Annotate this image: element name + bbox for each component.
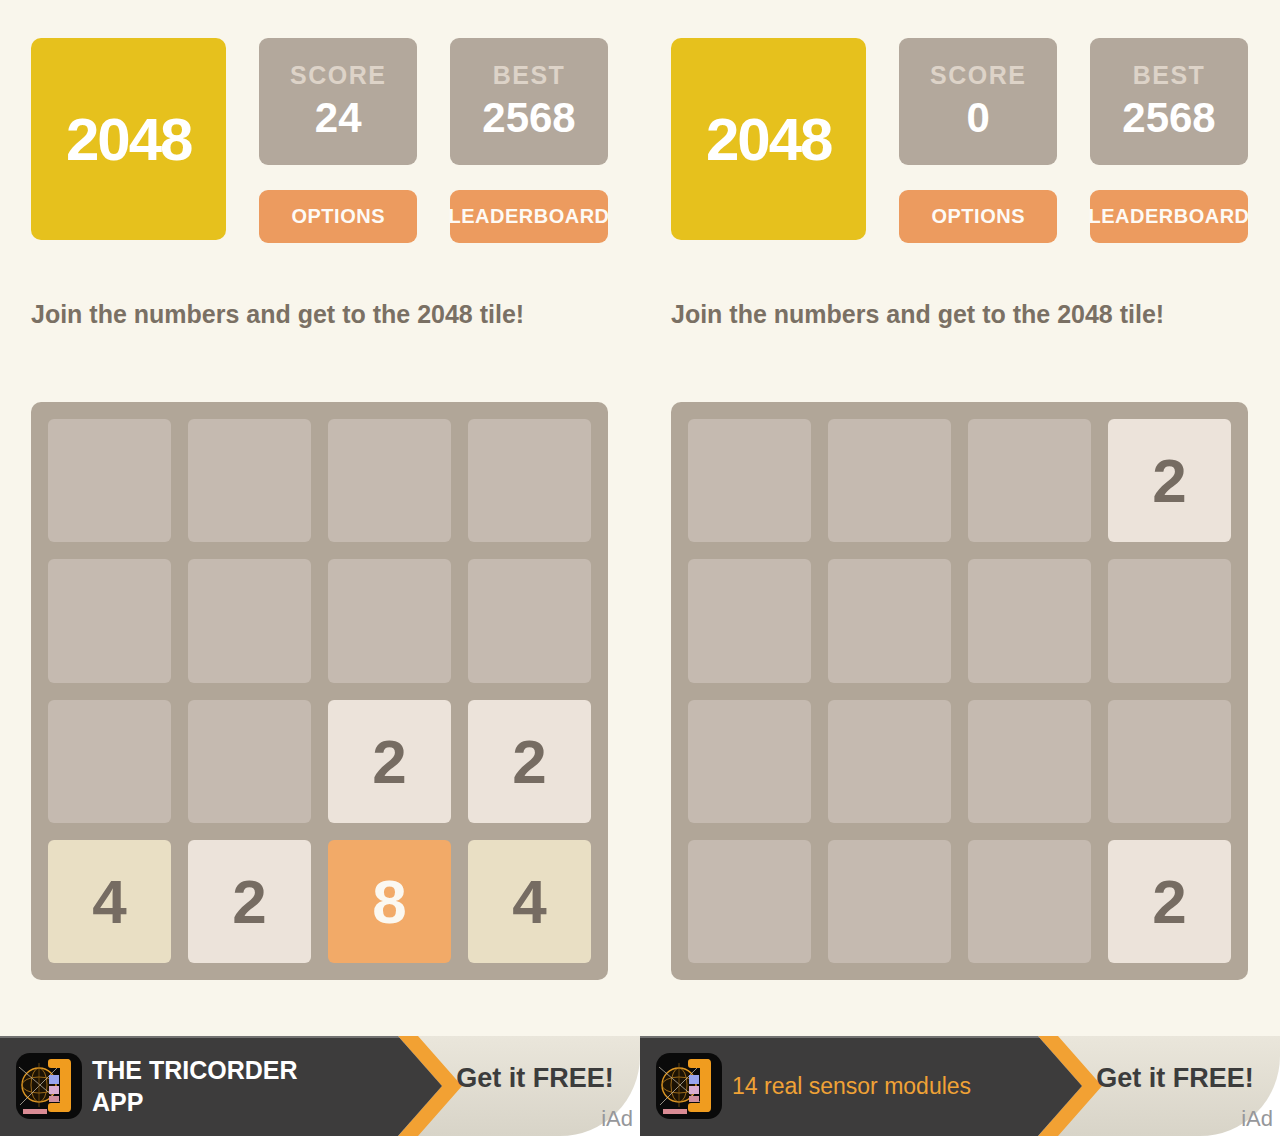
empty-cell (48, 559, 171, 682)
empty-cell (968, 559, 1091, 682)
best-box: BEST 2568 (450, 38, 608, 165)
ad-cta-text: Get it FREE! (440, 1063, 630, 1094)
empty-cell (1108, 700, 1231, 823)
empty-cell (468, 559, 591, 682)
best-column: BEST 2568 LEADERBOARD (1090, 38, 1248, 243)
ad-cta-text: Get it FREE! (1080, 1063, 1270, 1094)
empty-cell (188, 419, 311, 542)
empty-cell (328, 419, 451, 542)
best-value: 2568 (482, 94, 575, 142)
tile-2: 2 (188, 840, 311, 963)
empty-cell (828, 559, 951, 682)
tricorder-app-icon (16, 1053, 82, 1119)
game-board[interactable]: 22 (671, 402, 1248, 980)
score-value: 24 (315, 94, 362, 142)
score-value: 0 (967, 94, 990, 142)
empty-cell (688, 419, 811, 542)
empty-cell (468, 419, 591, 542)
header: 2048 SCORE 24 OPTIONS BEST 2568 LEADERBO… (31, 38, 608, 243)
score-column: SCORE 0 OPTIONS (899, 38, 1057, 243)
empty-cell (688, 840, 811, 963)
header: 2048 SCORE 0 OPTIONS BEST 2568 LEADERBOA… (671, 38, 1248, 243)
logo-tile: 2048 (671, 38, 866, 240)
best-label: BEST (1133, 61, 1206, 90)
empty-cell (688, 700, 811, 823)
screen: 2048 SCORE 24 OPTIONS BEST 2568 LEADERBO… (0, 0, 1280, 1136)
empty-cell (48, 700, 171, 823)
tricorder-app-icon (656, 1053, 722, 1119)
tile-4: 4 (48, 840, 171, 963)
empty-cell (828, 700, 951, 823)
iad-banner[interactable]: THE TRICORDER APP Get it FREE! iAd (0, 1036, 640, 1136)
tile-2: 2 (468, 700, 591, 823)
game-board[interactable]: 224284 (31, 402, 608, 980)
ad-app-title: THE TRICORDER APP (92, 1054, 298, 1118)
tile-8: 8 (328, 840, 451, 963)
best-box: BEST 2568 (1090, 38, 1248, 165)
tagline: Join the numbers and get to the 2048 til… (31, 300, 608, 329)
empty-cell (328, 559, 451, 682)
empty-cell (188, 559, 311, 682)
leaderboard-button[interactable]: LEADERBOARD (450, 190, 608, 243)
leaderboard-button[interactable]: LEADERBOARD (1090, 190, 1248, 243)
panel-content: 2048 SCORE 0 OPTIONS BEST 2568 LEADERBOA… (640, 0, 1280, 1036)
iad-label: iAd (601, 1106, 633, 1132)
options-button[interactable]: OPTIONS (899, 190, 1057, 243)
best-label: BEST (493, 61, 566, 90)
tile-4: 4 (468, 840, 591, 963)
panel-content: 2048 SCORE 24 OPTIONS BEST 2568 LEADERBO… (0, 0, 640, 1036)
empty-cell (48, 419, 171, 542)
empty-cell (828, 419, 951, 542)
score-box: SCORE 24 (259, 38, 417, 165)
game-panel-right: 2048 SCORE 0 OPTIONS BEST 2568 LEADERBOA… (640, 0, 1280, 1136)
tile-2: 2 (1108, 840, 1231, 963)
score-column: SCORE 24 OPTIONS (259, 38, 417, 243)
empty-cell (188, 700, 311, 823)
empty-cell (968, 840, 1091, 963)
score-box: SCORE 0 (899, 38, 1057, 165)
empty-cell (968, 419, 1091, 542)
tile-2: 2 (328, 700, 451, 823)
options-button[interactable]: OPTIONS (259, 190, 417, 243)
tagline: Join the numbers and get to the 2048 til… (671, 300, 1248, 329)
empty-cell (828, 840, 951, 963)
ad-app-tagline: 14 real sensor modules (732, 1073, 971, 1100)
score-label: SCORE (290, 61, 386, 90)
empty-cell (968, 700, 1091, 823)
empty-cell (1108, 559, 1231, 682)
logo-tile: 2048 (31, 38, 226, 240)
tile-2: 2 (1108, 419, 1231, 542)
iad-label: iAd (1241, 1106, 1273, 1132)
empty-cell (688, 559, 811, 682)
best-value: 2568 (1122, 94, 1215, 142)
score-label: SCORE (930, 61, 1026, 90)
iad-banner[interactable]: 14 real sensor modules Get it FREE! iAd (640, 1036, 1280, 1136)
game-panel-left: 2048 SCORE 24 OPTIONS BEST 2568 LEADERBO… (0, 0, 640, 1136)
best-column: BEST 2568 LEADERBOARD (450, 38, 608, 243)
